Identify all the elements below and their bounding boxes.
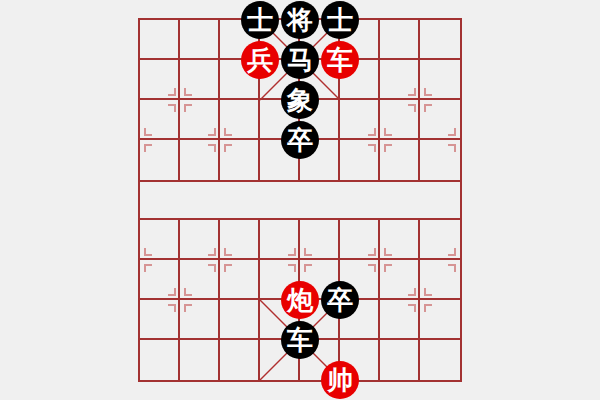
point-marker-corner (144, 264, 152, 272)
point-marker-corner (208, 248, 216, 256)
point-marker-corner (208, 144, 216, 152)
point-marker-corner (384, 248, 392, 256)
point-marker-corner (208, 128, 216, 136)
point-marker (408, 288, 432, 312)
point-marker (288, 248, 312, 272)
point-marker (128, 248, 152, 272)
point-marker (368, 128, 392, 152)
point-marker (448, 248, 472, 272)
point-marker-corner (448, 144, 456, 152)
point-marker-corner (304, 248, 312, 256)
point-marker-corner (224, 144, 232, 152)
point-marker-corner (184, 88, 192, 96)
point-marker-corner (288, 248, 296, 256)
point-marker-corner (184, 288, 192, 296)
point-marker-corner (144, 144, 152, 152)
point-marker (408, 88, 432, 112)
point-marker-corner (408, 88, 416, 96)
point-marker-corner (448, 264, 456, 272)
point-marker-corner (384, 144, 392, 152)
point-marker-corner (448, 128, 456, 136)
point-marker-corner (304, 264, 312, 272)
red-cannon[interactable]: 炮 (281, 281, 319, 319)
point-marker-corner (224, 248, 232, 256)
black-horse[interactable]: 马 (281, 41, 319, 79)
point-marker (208, 248, 232, 272)
point-marker-corner (144, 128, 152, 136)
red-general[interactable]: 帅 (321, 361, 359, 399)
black-general[interactable]: 将 (281, 1, 319, 39)
red-chariot[interactable]: 车 (321, 41, 359, 79)
point-marker-corner (368, 248, 376, 256)
point-marker-corner (184, 104, 192, 112)
point-marker-corner (208, 264, 216, 272)
black-soldier[interactable]: 卒 (281, 121, 319, 159)
black-chariot[interactable]: 车 (281, 321, 319, 359)
point-marker (168, 288, 192, 312)
point-marker (368, 248, 392, 272)
point-marker-corner (288, 264, 296, 272)
page-background: { "game": { "name": "xiangqi", "title": … (0, 0, 600, 400)
point-marker-corner (184, 304, 192, 312)
point-marker-corner (144, 248, 152, 256)
point-marker-corner (224, 128, 232, 136)
point-marker-corner (168, 104, 176, 112)
point-marker (448, 128, 472, 152)
point-marker (128, 128, 152, 152)
point-marker-corner (384, 264, 392, 272)
point-marker-corner (424, 304, 432, 312)
point-marker-corner (168, 288, 176, 296)
xiangqi-board: 士将士兵马车象卒炮卒车帅 (138, 18, 462, 382)
point-marker-corner (384, 128, 392, 136)
black-advisor[interactable]: 士 (241, 1, 279, 39)
point-marker-corner (424, 104, 432, 112)
point-marker-corner (408, 104, 416, 112)
red-soldier[interactable]: 兵 (241, 41, 279, 79)
point-marker-corner (368, 264, 376, 272)
point-marker (168, 88, 192, 112)
black-soldier[interactable]: 卒 (321, 281, 359, 319)
point-marker-corner (168, 304, 176, 312)
point-marker-corner (168, 88, 176, 96)
point-marker (208, 128, 232, 152)
black-advisor[interactable]: 士 (321, 1, 359, 39)
point-marker-corner (224, 264, 232, 272)
point-marker-corner (368, 144, 376, 152)
point-marker-corner (408, 288, 416, 296)
point-marker-corner (424, 88, 432, 96)
point-marker-corner (368, 128, 376, 136)
point-marker-corner (408, 304, 416, 312)
black-elephant[interactable]: 象 (281, 81, 319, 119)
point-marker-corner (448, 248, 456, 256)
point-marker-corner (424, 288, 432, 296)
